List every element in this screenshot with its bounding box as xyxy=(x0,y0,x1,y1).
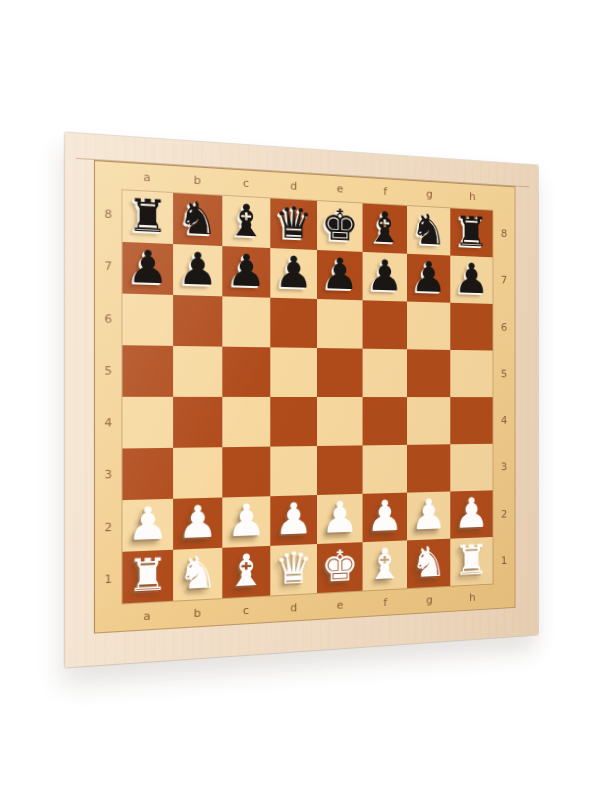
board-grid: ♜♞♝♛♚♝♞♜♟♟♟♟♟♟♟♟♟♟♟♟♟♟♟♟♜♞♝♛♚♝♞♜ xyxy=(121,189,493,604)
square-d1[interactable]: ♛ xyxy=(270,544,317,596)
square-f3[interactable] xyxy=(363,445,407,494)
square-c6[interactable] xyxy=(222,296,270,347)
square-g4[interactable] xyxy=(407,397,450,445)
rank-label-2: 2 xyxy=(104,521,112,533)
rank-label-6: 6 xyxy=(104,313,112,325)
square-e4[interactable] xyxy=(317,397,363,446)
square-h1[interactable]: ♜ xyxy=(450,537,492,586)
black-queen-d8[interactable]: ♛ xyxy=(275,201,313,246)
square-c7[interactable]: ♟ xyxy=(222,246,270,298)
square-b5[interactable] xyxy=(173,346,222,397)
square-h8[interactable]: ♜ xyxy=(450,208,492,257)
square-e1[interactable]: ♚ xyxy=(317,542,363,593)
black-pawn-d7[interactable]: ♟ xyxy=(275,250,313,295)
black-knight-b8[interactable]: ♞ xyxy=(178,195,218,241)
rank-label-3: 3 xyxy=(104,469,112,481)
square-e3[interactable] xyxy=(317,445,363,495)
square-g2[interactable]: ♟ xyxy=(407,491,450,540)
file-label-h: h xyxy=(469,592,475,603)
white-pawn-d2[interactable]: ♟ xyxy=(275,497,313,542)
square-b2[interactable]: ♟ xyxy=(173,497,222,549)
rank-label-1: 1 xyxy=(501,555,507,566)
rank-labels-left: 87654321 xyxy=(95,188,121,606)
square-g3[interactable] xyxy=(407,444,450,492)
square-b7[interactable]: ♟ xyxy=(173,244,222,296)
square-a1[interactable]: ♜ xyxy=(122,550,173,604)
white-queen-d1[interactable]: ♛ xyxy=(275,546,313,591)
white-rook-a1[interactable]: ♜ xyxy=(127,552,168,599)
square-e2[interactable]: ♟ xyxy=(317,494,363,544)
square-f7[interactable]: ♟ xyxy=(363,252,407,302)
square-f2[interactable]: ♟ xyxy=(363,493,407,543)
file-label-b: b xyxy=(194,607,201,619)
rank-label-7: 7 xyxy=(104,261,112,273)
square-c1[interactable]: ♝ xyxy=(222,546,270,598)
square-a3[interactable] xyxy=(122,448,173,500)
square-f8[interactable]: ♝ xyxy=(363,204,407,254)
rank-label-2: 2 xyxy=(501,509,507,520)
product-photo-page: abcdefgh 87654321 ♜♞♝♛♚♝♞♜♟♟♟♟♟♟♟♟♟♟♟♟♟♟… xyxy=(0,0,600,800)
square-a7[interactable]: ♟ xyxy=(122,242,173,295)
square-e5[interactable] xyxy=(317,348,363,397)
square-c2[interactable]: ♟ xyxy=(222,496,270,548)
square-a6[interactable] xyxy=(122,294,173,346)
file-label-g: g xyxy=(426,189,432,200)
square-h2[interactable]: ♟ xyxy=(450,490,492,538)
square-h3[interactable] xyxy=(450,444,492,492)
square-d7[interactable]: ♟ xyxy=(270,248,317,299)
black-pawn-f7[interactable]: ♟ xyxy=(367,254,403,297)
square-f6[interactable] xyxy=(363,300,407,349)
rank-label-4: 4 xyxy=(501,415,507,425)
square-h4[interactable] xyxy=(450,397,492,444)
square-h7[interactable]: ♟ xyxy=(450,256,492,304)
rank-labels-right: 87654321 xyxy=(493,210,514,585)
white-pawn-c2[interactable]: ♟ xyxy=(227,498,266,543)
file-label-c: c xyxy=(243,178,249,190)
file-label-b: b xyxy=(194,175,201,187)
rank-label-3: 3 xyxy=(501,462,507,473)
file-label-d: d xyxy=(290,180,297,191)
black-pawn-b7[interactable]: ♟ xyxy=(178,246,218,292)
square-b4[interactable] xyxy=(173,397,222,448)
black-pawn-a7[interactable]: ♟ xyxy=(127,244,168,290)
square-g5[interactable] xyxy=(407,349,450,397)
black-bishop-f8[interactable]: ♝ xyxy=(367,206,403,250)
square-b8[interactable]: ♞ xyxy=(173,193,222,246)
file-label-e: e xyxy=(337,600,344,611)
board-surface: abcdefgh 87654321 ♜♞♝♛♚♝♞♜♟♟♟♟♟♟♟♟♟♟♟♟♟♟… xyxy=(94,160,516,634)
rank-label-7: 7 xyxy=(501,275,507,286)
white-pawn-f2[interactable]: ♟ xyxy=(367,495,403,538)
black-knight-g8[interactable]: ♞ xyxy=(411,208,447,251)
rank-label-4: 4 xyxy=(104,417,112,429)
square-f1[interactable]: ♝ xyxy=(363,540,407,590)
square-e6[interactable] xyxy=(317,299,363,349)
square-d4[interactable] xyxy=(270,397,317,447)
square-d2[interactable]: ♟ xyxy=(270,495,317,546)
square-a5[interactable] xyxy=(122,345,173,397)
white-king-e1[interactable]: ♚ xyxy=(321,544,358,588)
square-d8[interactable]: ♛ xyxy=(270,198,317,250)
file-label-a: a xyxy=(143,171,150,183)
square-f4[interactable] xyxy=(363,397,407,445)
square-g8[interactable]: ♞ xyxy=(407,206,450,256)
square-b6[interactable] xyxy=(173,295,222,347)
file-label-a: a xyxy=(143,610,150,622)
square-f5[interactable] xyxy=(363,349,407,397)
square-d6[interactable] xyxy=(270,298,317,348)
square-g7[interactable]: ♟ xyxy=(407,254,450,303)
square-a2[interactable]: ♟ xyxy=(122,499,173,552)
white-knight-b1[interactable]: ♞ xyxy=(178,550,218,596)
rank-label-1: 1 xyxy=(104,573,112,585)
square-c3[interactable] xyxy=(222,447,270,498)
file-label-c: c xyxy=(243,605,249,617)
black-bishop-c8[interactable]: ♝ xyxy=(227,198,266,244)
rank-label-5: 5 xyxy=(501,369,507,379)
file-label-f: f xyxy=(383,597,387,608)
rank-label-8: 8 xyxy=(104,208,112,220)
black-rook-h8[interactable]: ♜ xyxy=(454,211,489,254)
rank-label-8: 8 xyxy=(501,228,507,239)
white-knight-g1[interactable]: ♞ xyxy=(411,541,447,584)
square-g6[interactable] xyxy=(407,302,450,350)
square-b3[interactable] xyxy=(173,447,222,499)
file-label-e: e xyxy=(337,183,344,194)
rank-label-6: 6 xyxy=(501,322,507,333)
white-bishop-f1[interactable]: ♝ xyxy=(367,543,403,587)
rank-label-5: 5 xyxy=(104,365,112,377)
square-h6[interactable] xyxy=(450,303,492,351)
file-label-h: h xyxy=(469,191,475,202)
white-rook-h1[interactable]: ♜ xyxy=(454,539,489,582)
white-pawn-e2[interactable]: ♟ xyxy=(321,496,358,540)
square-a8[interactable]: ♜ xyxy=(122,190,173,244)
square-b1[interactable]: ♞ xyxy=(173,548,222,601)
black-pawn-c7[interactable]: ♟ xyxy=(227,248,266,293)
square-a4[interactable] xyxy=(122,397,173,449)
file-label-f: f xyxy=(383,186,387,197)
file-label-d: d xyxy=(290,602,297,613)
black-pawn-h7[interactable]: ♟ xyxy=(454,258,489,300)
square-c4[interactable] xyxy=(222,397,270,447)
square-d3[interactable] xyxy=(270,446,317,496)
black-pawn-g7[interactable]: ♟ xyxy=(411,256,447,299)
black-pawn-e7[interactable]: ♟ xyxy=(321,252,358,296)
black-rook-a8[interactable]: ♜ xyxy=(127,193,168,240)
white-pawn-b2[interactable]: ♟ xyxy=(178,500,218,546)
white-pawn-h2[interactable]: ♟ xyxy=(454,492,489,534)
square-g1[interactable]: ♞ xyxy=(407,539,450,589)
square-h5[interactable] xyxy=(450,350,492,397)
square-e8[interactable]: ♚ xyxy=(317,201,363,252)
white-pawn-a2[interactable]: ♟ xyxy=(127,501,168,547)
file-label-g: g xyxy=(426,595,432,606)
square-e7[interactable]: ♟ xyxy=(317,250,363,300)
black-king-e8[interactable]: ♚ xyxy=(321,203,358,248)
square-d5[interactable] xyxy=(270,347,317,397)
square-c5[interactable] xyxy=(222,347,270,397)
white-pawn-g2[interactable]: ♟ xyxy=(411,494,447,537)
square-c8[interactable]: ♝ xyxy=(222,196,270,248)
chessboard-scene: abcdefgh 87654321 ♜♞♝♛♚♝♞♜♟♟♟♟♟♟♟♟♟♟♟♟♟♟… xyxy=(65,133,538,668)
white-bishop-c1[interactable]: ♝ xyxy=(227,548,266,594)
